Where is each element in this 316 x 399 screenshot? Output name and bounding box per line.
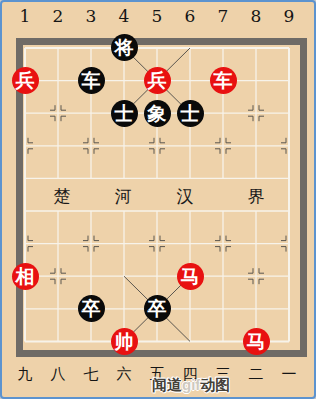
file-label-top-5: 5 [141,6,173,26]
file-label-bottom-9: 一 [273,365,305,384]
watermark-segment-0: 闻道 [152,376,182,393]
black-soldier[interactable]: 卒 [78,295,105,322]
red-elephant[interactable]: 相 [12,263,39,290]
black-advisor[interactable]: 士 [177,100,204,127]
black-general[interactable]: 将 [111,34,138,61]
file-label-bottom-1: 九 [9,365,41,384]
file-label-top-6: 6 [174,6,206,26]
red-horse[interactable]: 马 [243,328,270,355]
red-horse[interactable]: 马 [177,263,204,290]
watermark-segment-1: gif [182,376,200,393]
xiangqi-diagram: 123456789 楚河汉界 将兵车兵车士象士相马卒卒帅马 九八七六五四三二一 … [0,0,316,399]
file-label-top-1: 1 [9,6,41,26]
file-label-top-3: 3 [75,6,107,26]
file-label-top-4: 4 [108,6,140,26]
board-grid: 将兵车兵车士象士相马卒卒帅马 [9,32,306,358]
red-general[interactable]: 帅 [111,328,138,355]
file-label-bottom-2: 八 [42,365,74,384]
watermark: 闻道gif动图 [152,376,230,395]
red-soldier[interactable]: 兵 [12,67,39,94]
file-label-bottom-3: 七 [75,365,107,384]
watermark-segment-2: 动图 [200,376,230,393]
file-label-top-7: 7 [207,6,239,26]
file-label-top-8: 8 [240,6,272,26]
red-soldier[interactable]: 兵 [144,67,171,94]
file-label-top-2: 2 [42,6,74,26]
file-label-bottom-8: 二 [240,365,272,384]
black-chariot[interactable]: 车 [78,67,105,94]
file-label-top-9: 9 [273,6,305,26]
black-advisor[interactable]: 士 [111,100,138,127]
black-elephant[interactable]: 象 [144,100,171,127]
file-label-bottom-4: 六 [108,365,140,384]
red-chariot[interactable]: 车 [210,67,237,94]
black-soldier[interactable]: 卒 [144,295,171,322]
